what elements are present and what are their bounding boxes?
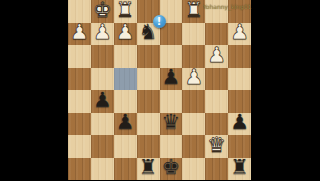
square-a3[interactable] (228, 45, 251, 68)
app-stage: ♚♜♜♟♟♟♞!♟♟♟♟♟♟♛♟♛♜♚♜ Yohanny_king01 (0, 0, 320, 180)
square-f6[interactable]: ♟ (114, 113, 137, 136)
square-c2[interactable] (182, 23, 205, 46)
square-a2[interactable]: ♟ (228, 23, 251, 46)
square-f4[interactable] (114, 68, 137, 91)
square-e4[interactable] (137, 68, 160, 91)
white-pawn: ♟ (116, 22, 135, 43)
square-f3[interactable] (114, 45, 137, 68)
square-c5[interactable] (182, 90, 205, 113)
square-h2[interactable]: ♟ (68, 23, 91, 46)
white-rook: ♜ (116, 0, 135, 21)
square-b7[interactable]: ♛ (205, 135, 228, 158)
square-a8[interactable]: ♜ (228, 158, 251, 181)
square-d4[interactable]: ♟ (160, 68, 183, 91)
square-g3[interactable] (91, 45, 114, 68)
black-pawn: ♟ (93, 90, 112, 111)
square-h5[interactable] (68, 90, 91, 113)
watermark-username: Yohanny_king01 (203, 2, 253, 11)
square-b8[interactable] (205, 158, 228, 181)
black-king: ♚ (162, 157, 181, 178)
white-pawn: ♟ (207, 45, 226, 66)
black-rook: ♜ (139, 157, 158, 178)
square-d6[interactable]: ♛ (160, 113, 183, 136)
square-c1[interactable]: ♜ (182, 0, 205, 23)
square-d3[interactable] (160, 45, 183, 68)
square-h1[interactable] (68, 0, 91, 23)
square-e6[interactable] (137, 113, 160, 136)
square-h3[interactable] (68, 45, 91, 68)
square-g7[interactable] (91, 135, 114, 158)
square-c7[interactable] (182, 135, 205, 158)
square-g6[interactable] (91, 113, 114, 136)
square-h4[interactable] (68, 68, 91, 91)
black-rook: ♜ (230, 157, 249, 178)
white-pawn: ♟ (93, 22, 112, 43)
square-e5[interactable] (137, 90, 160, 113)
square-d7[interactable] (160, 135, 183, 158)
square-e2[interactable]: ♞! (137, 23, 160, 46)
square-e7[interactable] (137, 135, 160, 158)
good-move-annotation-badge: ! (153, 15, 166, 28)
square-d5[interactable] (160, 90, 183, 113)
square-b6[interactable] (205, 113, 228, 136)
white-pawn: ♟ (230, 22, 249, 43)
square-b2[interactable] (205, 23, 228, 46)
square-h8[interactable] (68, 158, 91, 181)
square-g8[interactable] (91, 158, 114, 181)
square-b5[interactable] (205, 90, 228, 113)
square-e3[interactable] (137, 45, 160, 68)
square-f2[interactable]: ♟ (114, 23, 137, 46)
white-queen: ♛ (207, 135, 226, 156)
white-king: ♚ (93, 0, 112, 21)
black-pawn: ♟ (162, 67, 181, 88)
square-h6[interactable] (68, 113, 91, 136)
square-f1[interactable]: ♜ (114, 0, 137, 23)
square-h7[interactable] (68, 135, 91, 158)
square-e8[interactable]: ♜ (137, 158, 160, 181)
square-c4[interactable]: ♟ (182, 68, 205, 91)
square-b3[interactable]: ♟ (205, 45, 228, 68)
square-c3[interactable] (182, 45, 205, 68)
square-a7[interactable] (228, 135, 251, 158)
square-c6[interactable] (182, 113, 205, 136)
black-queen: ♛ (162, 112, 181, 133)
square-a6[interactable]: ♟ (228, 113, 251, 136)
black-pawn: ♟ (230, 112, 249, 133)
black-pawn: ♟ (116, 112, 135, 133)
square-g5[interactable]: ♟ (91, 90, 114, 113)
square-g4[interactable] (91, 68, 114, 91)
white-rook: ♜ (184, 0, 203, 21)
square-a5[interactable] (228, 90, 251, 113)
square-f7[interactable] (114, 135, 137, 158)
square-b4[interactable] (205, 68, 228, 91)
square-c8[interactable] (182, 158, 205, 181)
square-f5[interactable] (114, 90, 137, 113)
square-a4[interactable] (228, 68, 251, 91)
chess-board: ♚♜♜♟♟♟♞!♟♟♟♟♟♟♛♟♛♜♚♜ (68, 0, 251, 180)
white-pawn: ♟ (184, 67, 203, 88)
square-d8[interactable]: ♚ (160, 158, 183, 181)
square-g2[interactable]: ♟ (91, 23, 114, 46)
square-f8[interactable] (114, 158, 137, 181)
white-pawn: ♟ (70, 22, 89, 43)
square-g1[interactable]: ♚ (91, 0, 114, 23)
